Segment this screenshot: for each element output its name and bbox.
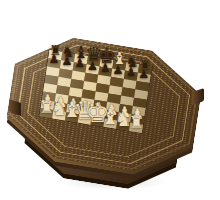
piece-white-rook-h1[interactable]: ♜ <box>128 114 143 131</box>
piece-black-pawn-b7[interactable]: ♟ <box>61 55 72 67</box>
piece-black-pawn-c7[interactable]: ♟ <box>74 57 85 69</box>
right-handle-knob <box>192 88 204 105</box>
piece-black-pawn-g7[interactable]: ♟ <box>125 66 136 78</box>
piece-black-pawn-d7[interactable]: ♟ <box>87 59 98 71</box>
piece-black-pawn-h7[interactable]: ♟ <box>138 68 149 80</box>
piece-black-pawn-a7[interactable]: ♟ <box>49 53 60 65</box>
chess-set-photo: ♜♞♝♛♟♚♟♝♟♞♟♜♟♟♟♟♟♟♟♟♜♟♞♟♝♟♛♟♚♝♞♜ <box>0 0 220 200</box>
piece-black-pawn-f7[interactable]: ♟ <box>113 64 124 76</box>
piece-black-pawn-e7[interactable]: ♟ <box>100 62 111 74</box>
